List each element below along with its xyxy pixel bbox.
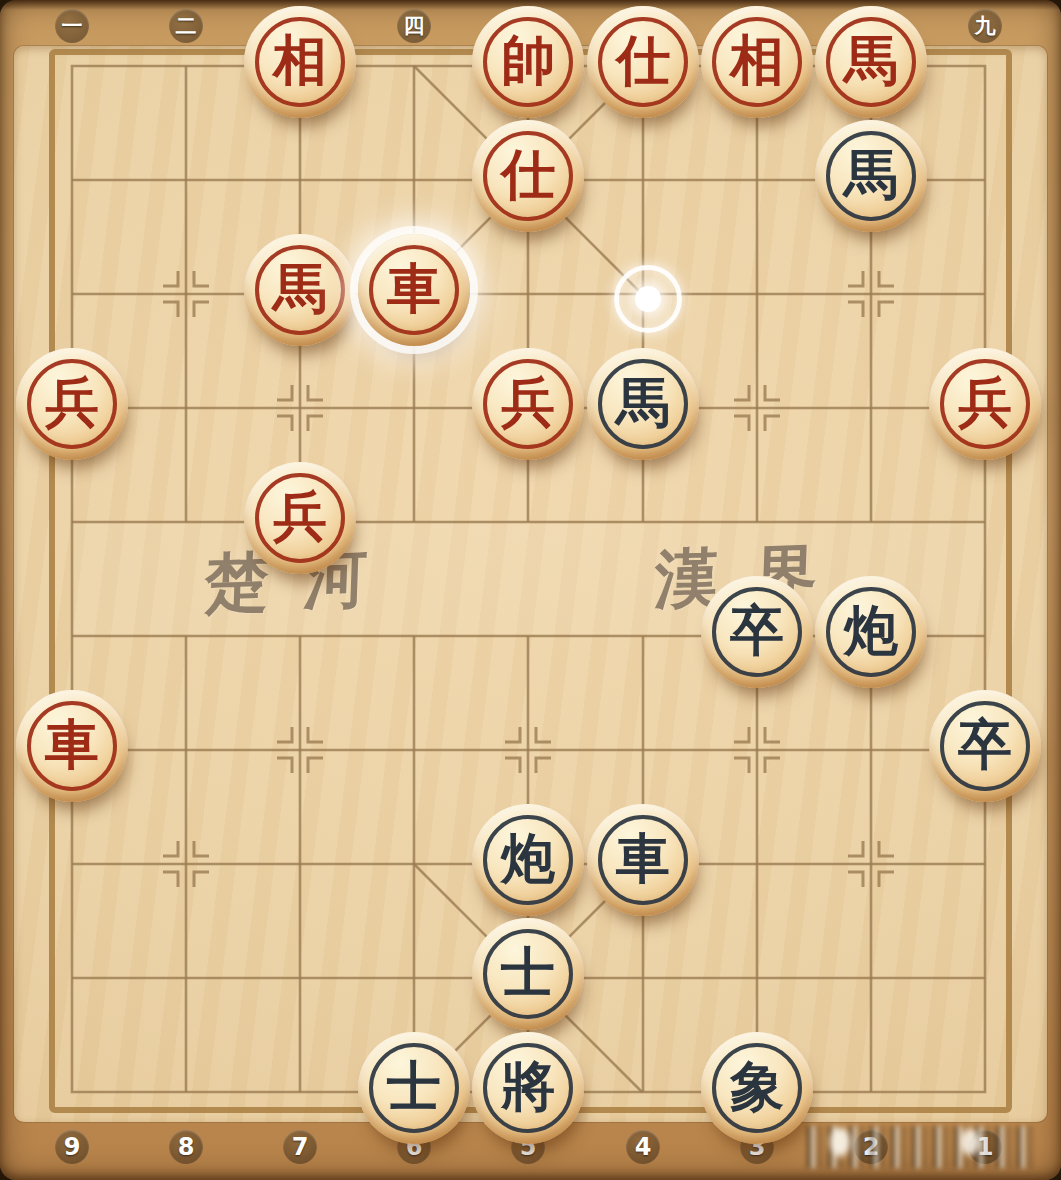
piece-red-advisor[interactable]: 仕: [472, 120, 584, 232]
piece-character: 仕: [501, 147, 555, 201]
xiangqi-app-window: 楚河 漢界 一二三四五六七八九 987654321 相帥仕相馬仕馬馬車兵兵馬兵兵…: [0, 0, 1061, 1180]
piece-red-advisor[interactable]: 仕: [587, 6, 699, 118]
piece-red-chariot[interactable]: 車: [358, 234, 470, 346]
piece-red-soldier[interactable]: 兵: [929, 348, 1041, 460]
piece-red-horse[interactable]: 馬: [244, 234, 356, 346]
piece-character: 車: [45, 717, 99, 771]
piece-black-chariot[interactable]: 車: [587, 804, 699, 916]
piece-black-cannon[interactable]: 炮: [815, 576, 927, 688]
piece-character: 將: [501, 1059, 555, 1113]
piece-character: 相: [730, 33, 784, 87]
piece-character: 兵: [501, 375, 555, 429]
piece-red-horse[interactable]: 馬: [815, 6, 927, 118]
piece-red-chariot[interactable]: 車: [16, 690, 128, 802]
move-target-crosshair[interactable]: [614, 265, 682, 333]
piece-character: 卒: [958, 717, 1012, 771]
piece-character: 炮: [501, 831, 555, 885]
piece-black-horse[interactable]: 馬: [587, 348, 699, 460]
piece-black-general[interactable]: 將: [472, 1032, 584, 1144]
piece-character: 仕: [616, 33, 670, 87]
piece-character: 卒: [730, 603, 784, 657]
piece-character: 車: [616, 831, 670, 885]
piece-black-advisor[interactable]: 士: [358, 1032, 470, 1144]
piece-character: 炮: [844, 603, 898, 657]
piece-red-soldier[interactable]: 兵: [244, 462, 356, 574]
piece-character: 馬: [616, 375, 670, 429]
blurred-watermark: [802, 1126, 1037, 1168]
piece-character: 馬: [273, 261, 327, 315]
piece-black-soldier[interactable]: 卒: [929, 690, 1041, 802]
piece-character: 馬: [844, 147, 898, 201]
piece-red-general[interactable]: 帥: [472, 6, 584, 118]
piece-character: 馬: [844, 33, 898, 87]
piece-character: 相: [273, 33, 327, 87]
piece-black-horse[interactable]: 馬: [815, 120, 927, 232]
piece-red-soldier[interactable]: 兵: [472, 348, 584, 460]
piece-black-elephant[interactable]: 象: [701, 1032, 813, 1144]
piece-red-soldier[interactable]: 兵: [16, 348, 128, 460]
piece-black-soldier[interactable]: 卒: [701, 576, 813, 688]
piece-character: 車: [387, 261, 441, 315]
piece-character: 士: [501, 945, 555, 999]
piece-character: 兵: [45, 375, 99, 429]
piece-black-cannon[interactable]: 炮: [472, 804, 584, 916]
piece-black-advisor[interactable]: 士: [472, 918, 584, 1030]
piece-character: 士: [387, 1059, 441, 1113]
piece-red-elephant[interactable]: 相: [701, 6, 813, 118]
piece-character: 象: [730, 1059, 784, 1113]
piece-red-elephant[interactable]: 相: [244, 6, 356, 118]
piece-character: 兵: [273, 489, 327, 543]
piece-character: 帥: [501, 33, 555, 87]
piece-character: 兵: [958, 375, 1012, 429]
